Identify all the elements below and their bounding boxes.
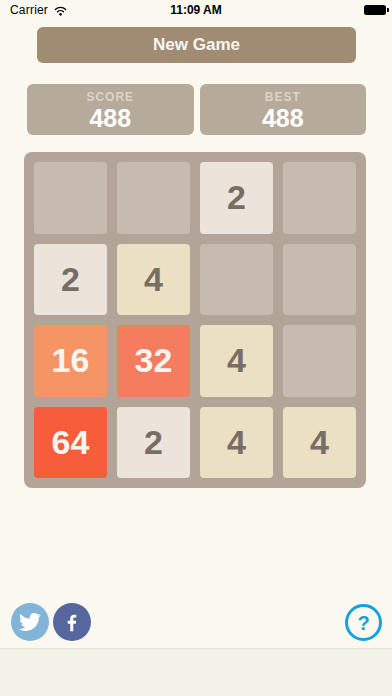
bottom-bar [0,648,392,696]
empty-cell-r1c4 [283,162,356,234]
tile-4-r4c3: 4 [200,407,273,479]
app-screen: Carrier 11:09 AM New Game SCORE 488 BEST… [0,0,392,696]
best-box: BEST 488 [200,84,367,135]
tile-32-r3c2: 32 [117,325,190,397]
empty-cell-r2c3 [200,244,273,316]
help-button[interactable]: ? [345,604,382,641]
tile-2-r1c3: 2 [200,162,273,234]
score-value: 488 [89,104,131,132]
scoreboard: SCORE 488 BEST 488 [27,84,366,135]
score-box: SCORE 488 [27,84,194,135]
empty-cell-r1c2 [117,162,190,234]
tile-4-r2c2: 4 [117,244,190,316]
battery-icon [364,5,386,15]
tile-16-r3c1: 16 [34,325,107,397]
tile-4-r3c3: 4 [200,325,273,397]
score-label: SCORE [86,90,134,104]
twitter-bird-icon [19,611,41,633]
twitter-share-button[interactable] [11,603,49,641]
board[interactable]: 2241632464244 [24,152,366,488]
empty-cell-r1c1 [34,162,107,234]
best-value: 488 [262,104,304,132]
empty-cell-r2c4 [283,244,356,316]
tile-2-r4c2: 2 [117,407,190,479]
empty-cell-r3c4 [283,325,356,397]
clock: 11:09 AM [0,3,392,17]
status-bar: Carrier 11:09 AM [0,0,392,20]
tile-64-r4c1: 64 [34,407,107,479]
tile-4-r4c4: 4 [283,407,356,479]
best-label: BEST [265,90,301,104]
new-game-button[interactable]: New Game [37,27,356,63]
facebook-f-icon [61,611,83,633]
facebook-share-button[interactable] [53,603,91,641]
tile-2-r2c1: 2 [34,244,107,316]
